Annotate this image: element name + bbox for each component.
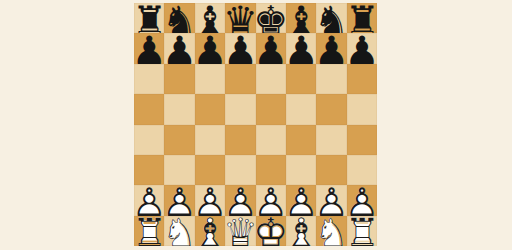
- white-bishop: ♝♗: [195, 216, 225, 246]
- square-g8[interactable]: ♞: [316, 3, 346, 33]
- black-pawn: ♟: [256, 33, 286, 63]
- square-h6[interactable]: [347, 64, 377, 94]
- square-h1[interactable]: ♜♖: [347, 216, 377, 246]
- square-a1[interactable]: ♜♖: [134, 216, 164, 246]
- square-b1[interactable]: ♞♘: [164, 216, 194, 246]
- white-pawn: ♟♙: [316, 185, 346, 215]
- square-g7[interactable]: ♟: [316, 33, 346, 63]
- square-d8[interactable]: ♛: [225, 3, 255, 33]
- square-c2[interactable]: ♟♙: [195, 185, 225, 215]
- square-d6[interactable]: [225, 64, 255, 94]
- black-rook: ♜: [134, 3, 164, 33]
- square-a8[interactable]: ♜: [134, 3, 164, 33]
- square-b3[interactable]: [164, 155, 194, 185]
- white-pawn: ♟♙: [164, 185, 194, 215]
- square-f1[interactable]: ♝♗: [286, 216, 316, 246]
- black-pawn: ♟: [134, 33, 164, 63]
- square-c7[interactable]: ♟: [195, 33, 225, 63]
- square-e5[interactable]: [256, 94, 286, 124]
- square-f3[interactable]: [286, 155, 316, 185]
- black-pawn: ♟: [225, 33, 255, 63]
- square-b7[interactable]: ♟: [164, 33, 194, 63]
- square-c6[interactable]: [195, 64, 225, 94]
- white-king: ♚♔: [256, 216, 286, 246]
- white-pawn: ♟♙: [347, 185, 377, 215]
- square-g5[interactable]: [316, 94, 346, 124]
- square-h4[interactable]: [347, 125, 377, 155]
- square-a4[interactable]: [134, 125, 164, 155]
- square-e6[interactable]: [256, 64, 286, 94]
- square-g4[interactable]: [316, 125, 346, 155]
- black-pawn: ♟: [286, 33, 316, 63]
- black-knight: ♞: [316, 3, 346, 33]
- white-bishop: ♝♗: [286, 216, 316, 246]
- white-rook: ♜♖: [134, 216, 164, 246]
- square-h2[interactable]: ♟♙: [347, 185, 377, 215]
- square-d1[interactable]: ♛♕: [225, 216, 255, 246]
- square-e4[interactable]: [256, 125, 286, 155]
- square-e1[interactable]: ♚♔: [256, 216, 286, 246]
- black-pawn: ♟: [347, 33, 377, 63]
- square-b6[interactable]: [164, 64, 194, 94]
- square-f4[interactable]: [286, 125, 316, 155]
- square-c5[interactable]: [195, 94, 225, 124]
- square-b2[interactable]: ♟♙: [164, 185, 194, 215]
- square-a7[interactable]: ♟: [134, 33, 164, 63]
- square-c1[interactable]: ♝♗: [195, 216, 225, 246]
- square-g6[interactable]: [316, 64, 346, 94]
- square-g2[interactable]: ♟♙: [316, 185, 346, 215]
- white-pawn: ♟♙: [256, 185, 286, 215]
- app-background: ♜♞♝♛♚♝♞♜♟♟♟♟♟♟♟♟♟♙♟♙♟♙♟♙♟♙♟♙♟♙♟♙♜♖♞♘♝♗♛♕…: [0, 0, 512, 250]
- black-pawn: ♟: [195, 33, 225, 63]
- white-queen: ♛♕: [225, 216, 255, 246]
- black-pawn: ♟: [316, 33, 346, 63]
- white-pawn: ♟♙: [134, 185, 164, 215]
- white-pawn: ♟♙: [286, 185, 316, 215]
- square-g1[interactable]: ♞♘: [316, 216, 346, 246]
- square-b4[interactable]: [164, 125, 194, 155]
- square-d7[interactable]: ♟: [225, 33, 255, 63]
- square-f6[interactable]: [286, 64, 316, 94]
- white-rook: ♜♖: [347, 216, 377, 246]
- chess-board: ♜♞♝♛♚♝♞♜♟♟♟♟♟♟♟♟♟♙♟♙♟♙♟♙♟♙♟♙♟♙♟♙♜♖♞♘♝♗♛♕…: [134, 3, 377, 246]
- square-e3[interactable]: [256, 155, 286, 185]
- black-knight: ♞: [164, 3, 194, 33]
- square-h3[interactable]: [347, 155, 377, 185]
- square-d4[interactable]: [225, 125, 255, 155]
- square-a5[interactable]: [134, 94, 164, 124]
- white-knight: ♞♘: [164, 216, 194, 246]
- square-f8[interactable]: ♝: [286, 3, 316, 33]
- black-rook: ♜: [347, 3, 377, 33]
- square-b8[interactable]: ♞: [164, 3, 194, 33]
- square-a3[interactable]: [134, 155, 164, 185]
- square-f7[interactable]: ♟: [286, 33, 316, 63]
- black-bishop: ♝: [286, 3, 316, 33]
- square-e7[interactable]: ♟: [256, 33, 286, 63]
- square-h8[interactable]: ♜: [347, 3, 377, 33]
- white-knight: ♞♘: [316, 216, 346, 246]
- square-c8[interactable]: ♝: [195, 3, 225, 33]
- square-h5[interactable]: [347, 94, 377, 124]
- square-f5[interactable]: [286, 94, 316, 124]
- square-b5[interactable]: [164, 94, 194, 124]
- black-queen: ♛: [225, 3, 255, 33]
- square-h7[interactable]: ♟: [347, 33, 377, 63]
- square-d3[interactable]: [225, 155, 255, 185]
- white-pawn: ♟♙: [195, 185, 225, 215]
- square-a6[interactable]: [134, 64, 164, 94]
- square-d2[interactable]: ♟♙: [225, 185, 255, 215]
- square-e8[interactable]: ♚: [256, 3, 286, 33]
- square-g3[interactable]: [316, 155, 346, 185]
- square-d5[interactable]: [225, 94, 255, 124]
- square-f2[interactable]: ♟♙: [286, 185, 316, 215]
- black-king: ♚: [256, 3, 286, 33]
- square-c4[interactable]: [195, 125, 225, 155]
- white-pawn: ♟♙: [225, 185, 255, 215]
- square-c3[interactable]: [195, 155, 225, 185]
- square-a2[interactable]: ♟♙: [134, 185, 164, 215]
- square-e2[interactable]: ♟♙: [256, 185, 286, 215]
- black-pawn: ♟: [164, 33, 194, 63]
- black-bishop: ♝: [195, 3, 225, 33]
